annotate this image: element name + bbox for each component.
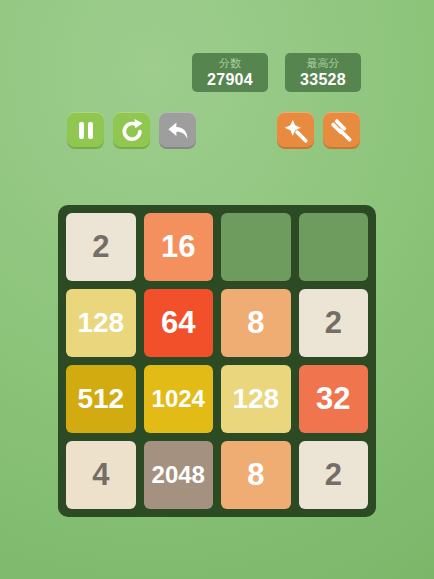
score-label: 分数 <box>219 57 241 70</box>
undo-button[interactable] <box>159 112 196 149</box>
best-score-value: 33528 <box>300 70 346 89</box>
tile-8: 8 <box>221 289 291 357</box>
pause-icon <box>79 122 93 139</box>
empty-cell <box>299 213 369 281</box>
tile-64: 64 <box>144 289 214 357</box>
tile-2048: 2048 <box>144 441 214 509</box>
magic-wand-button[interactable] <box>277 112 314 149</box>
tile-2: 2 <box>66 213 136 281</box>
tile-128: 128 <box>66 289 136 357</box>
tile-32: 32 <box>299 365 369 433</box>
tile-2: 2 <box>299 289 369 357</box>
tile-1024: 1024 <box>144 365 214 433</box>
pause-button[interactable] <box>67 112 104 149</box>
board-frame: 21612864825121024128324204882 <box>58 205 376 517</box>
tile-8: 8 <box>221 441 291 509</box>
tile-2: 2 <box>299 441 369 509</box>
tile-128: 128 <box>221 365 291 433</box>
game-screen: 分数 27904 最高分 33528 <box>0 0 434 579</box>
tile-16: 16 <box>144 213 214 281</box>
empty-cell <box>221 213 291 281</box>
tile-4: 4 <box>66 441 136 509</box>
restart-button[interactable] <box>113 112 150 149</box>
score-value: 27904 <box>207 70 253 89</box>
hammer-icon <box>329 118 355 144</box>
score-box: 分数 27904 <box>192 53 268 92</box>
board-grid[interactable]: 21612864825121024128324204882 <box>66 213 368 509</box>
best-score-box: 最高分 33528 <box>285 53 361 92</box>
undo-arrow-icon <box>165 118 191 144</box>
hammer-button[interactable] <box>323 112 360 149</box>
restart-circle-icon <box>119 118 145 144</box>
best-score-label: 最高分 <box>307 57 340 70</box>
magic-wand-icon <box>283 118 309 144</box>
tile-512: 512 <box>66 365 136 433</box>
